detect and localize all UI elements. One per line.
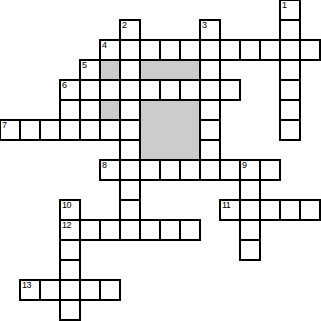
- cell-r0c14[interactable]: 1: [279, 0, 301, 21]
- cell-r4c11[interactable]: [219, 79, 241, 101]
- clue-number-13: 13: [22, 281, 31, 289]
- cell-r5c6[interactable]: [119, 99, 141, 121]
- cell-r6c6[interactable]: [119, 119, 141, 141]
- cell-r14c1[interactable]: 13: [19, 279, 41, 301]
- clue-number-1: 1: [282, 1, 287, 9]
- clue-number-6: 6: [62, 81, 67, 89]
- clue-number-8: 8: [102, 161, 107, 169]
- cell-r10c3[interactable]: 10: [59, 199, 81, 221]
- cell-r6c10[interactable]: [199, 119, 221, 141]
- cell-r6c2[interactable]: [39, 119, 61, 141]
- shaded-block-3: [139, 99, 201, 161]
- cell-r3c6[interactable]: [119, 59, 141, 81]
- cell-r8c13[interactable]: [259, 159, 281, 181]
- cell-r10c15[interactable]: [299, 199, 321, 221]
- cell-r8c12[interactable]: 9: [239, 159, 261, 181]
- clue-number-12: 12: [62, 221, 71, 229]
- cell-r2c12[interactable]: [239, 39, 261, 61]
- shaded-block-1: [139, 59, 201, 81]
- cell-r1c14[interactable]: [279, 19, 301, 41]
- cell-r2c8[interactable]: [159, 39, 181, 61]
- cell-r14c3[interactable]: [59, 279, 81, 301]
- cell-r12c3[interactable]: [59, 239, 81, 261]
- cell-r2c5[interactable]: 4: [99, 39, 121, 61]
- cell-r2c13[interactable]: [259, 39, 281, 61]
- cell-r10c6[interactable]: [119, 199, 141, 221]
- cell-r8c9[interactable]: [179, 159, 201, 181]
- cell-r15c3[interactable]: [59, 299, 81, 321]
- clue-number-11: 11: [222, 201, 230, 209]
- cell-r14c5[interactable]: [99, 279, 121, 301]
- cell-r2c7[interactable]: [139, 39, 161, 61]
- cell-r6c4[interactable]: [79, 119, 101, 141]
- clue-number-9: 9: [242, 161, 247, 169]
- cell-r12c12[interactable]: [239, 239, 261, 261]
- cell-r10c11[interactable]: 11: [219, 199, 241, 221]
- cell-r14c2[interactable]: [39, 279, 61, 301]
- cell-r6c0[interactable]: 7: [0, 119, 21, 141]
- cell-r5c4[interactable]: [79, 99, 101, 121]
- cell-r5c14[interactable]: [279, 99, 301, 121]
- cell-r4c10[interactable]: [199, 79, 221, 101]
- cell-r13c3[interactable]: [59, 259, 81, 281]
- cell-r3c14[interactable]: [279, 59, 301, 81]
- clue-number-2: 2: [122, 21, 127, 29]
- cell-r10c12[interactable]: [239, 199, 261, 221]
- crossword-board: 12345678910111213: [0, 0, 321, 321]
- cell-r9c12[interactable]: [239, 179, 261, 201]
- cell-r2c6[interactable]: [119, 39, 141, 61]
- clue-number-7: 7: [2, 121, 7, 129]
- cell-r11c3[interactable]: 12: [59, 219, 81, 241]
- cell-r2c9[interactable]: [179, 39, 201, 61]
- clue-number-3: 3: [202, 21, 207, 29]
- shaded-block-0: [99, 59, 121, 81]
- cell-r8c11[interactable]: [219, 159, 241, 181]
- cell-r4c6[interactable]: [119, 79, 141, 101]
- cell-r10c13[interactable]: [259, 199, 281, 221]
- clue-number-10: 10: [62, 201, 71, 209]
- cell-r2c11[interactable]: [219, 39, 241, 61]
- cell-r4c5[interactable]: [99, 79, 121, 101]
- cell-r4c14[interactable]: [279, 79, 301, 101]
- cell-r2c10[interactable]: [199, 39, 221, 61]
- cell-r5c3[interactable]: [59, 99, 81, 121]
- cell-r8c5[interactable]: 8: [99, 159, 121, 181]
- cell-r11c9[interactable]: [179, 219, 201, 241]
- clue-number-4: 4: [102, 41, 107, 49]
- cell-r8c6[interactable]: [119, 159, 141, 181]
- cell-r6c3[interactable]: [59, 119, 81, 141]
- cell-r4c3[interactable]: 6: [59, 79, 81, 101]
- cell-r10c14[interactable]: [279, 199, 301, 221]
- cell-r2c15[interactable]: [299, 39, 321, 61]
- cell-r11c4[interactable]: [79, 219, 101, 241]
- clue-number-5: 5: [82, 61, 87, 69]
- shaded-block-2: [99, 99, 121, 121]
- cell-r11c12[interactable]: [239, 219, 261, 241]
- cell-r14c4[interactable]: [79, 279, 101, 301]
- cell-r11c8[interactable]: [159, 219, 181, 241]
- cell-r6c5[interactable]: [99, 119, 121, 141]
- cell-r4c9[interactable]: [179, 79, 201, 101]
- cell-r2c14[interactable]: [279, 39, 301, 61]
- cell-r9c6[interactable]: [119, 179, 141, 201]
- cell-r7c6[interactable]: [119, 139, 141, 161]
- cell-r4c4[interactable]: [79, 79, 101, 101]
- cell-r7c10[interactable]: [199, 139, 221, 161]
- cell-r4c8[interactable]: [159, 79, 181, 101]
- cell-r6c1[interactable]: [19, 119, 41, 141]
- cell-r11c6[interactable]: [119, 219, 141, 241]
- cell-r3c10[interactable]: [199, 59, 221, 81]
- cell-r5c10[interactable]: [199, 99, 221, 121]
- cell-r11c7[interactable]: [139, 219, 161, 241]
- cell-r1c10[interactable]: 3: [199, 19, 221, 41]
- cell-r1c6[interactable]: 2: [119, 19, 141, 41]
- cell-r6c14[interactable]: [279, 119, 301, 141]
- cell-r8c8[interactable]: [159, 159, 181, 181]
- cell-r8c7[interactable]: [139, 159, 161, 181]
- cell-r11c5[interactable]: [99, 219, 121, 241]
- cell-r8c10[interactable]: [199, 159, 221, 181]
- cell-r3c4[interactable]: 5: [79, 59, 101, 81]
- cell-r4c7[interactable]: [139, 79, 161, 101]
